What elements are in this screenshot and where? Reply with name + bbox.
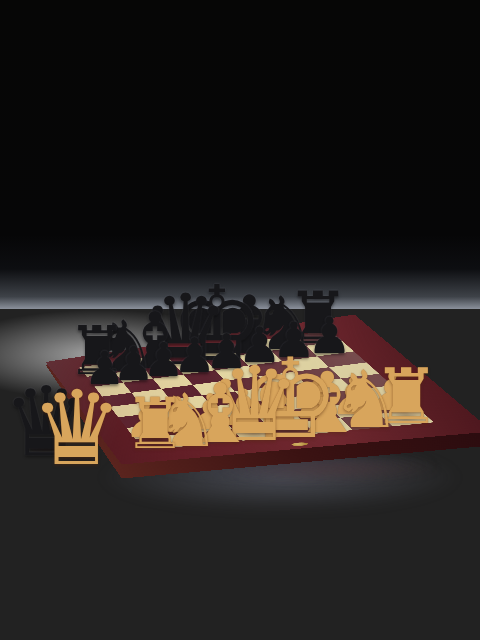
board-squares bbox=[79, 330, 433, 450]
maker-medallion bbox=[290, 442, 309, 447]
dark-backdrop bbox=[0, 0, 480, 309]
chess-set-photo: ♜♞♝♛♚♝♞♜♟♟♟♟♟♟♟♟♟♟♟♟♟♟♟♟♜♞♝♛♚♝♞♜♛♛ bbox=[0, 0, 480, 640]
